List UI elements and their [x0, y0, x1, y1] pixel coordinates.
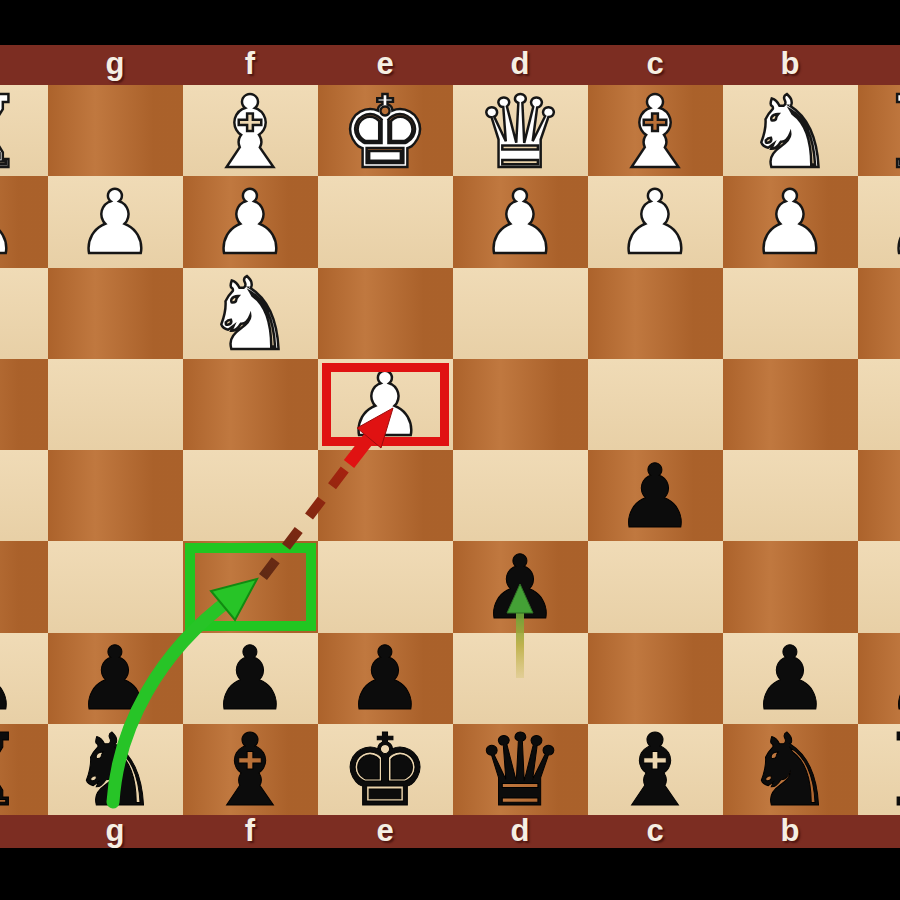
- square-d3[interactable]: [453, 268, 588, 359]
- square-h8[interactable]: ♜: [0, 724, 48, 815]
- white-rook-a1[interactable]: ♜: [880, 85, 900, 182]
- square-e7[interactable]: ♟: [318, 633, 453, 724]
- white-pawn-f2[interactable]: ♟: [211, 179, 290, 267]
- file-label-e-bottom: e: [376, 812, 393, 848]
- square-e6[interactable]: [318, 541, 453, 632]
- white-pawn-a2[interactable]: ♟: [886, 179, 900, 267]
- square-e4[interactable]: ♟: [318, 359, 453, 450]
- square-h1[interactable]: ♜: [0, 85, 48, 176]
- file-label-d-bottom: d: [511, 812, 530, 848]
- file-label-f-bottom: f: [245, 812, 255, 848]
- square-g2[interactable]: ♟: [48, 176, 183, 267]
- file-label-e-top: e: [376, 46, 393, 82]
- square-b2[interactable]: ♟: [723, 176, 858, 267]
- square-g1[interactable]: [48, 85, 183, 176]
- square-a2[interactable]: ♟: [858, 176, 900, 267]
- square-f1[interactable]: ♝: [183, 85, 318, 176]
- black-bishop-f8[interactable]: ♝: [205, 720, 295, 815]
- square-d2[interactable]: ♟: [453, 176, 588, 267]
- square-g5[interactable]: [48, 450, 183, 541]
- square-b3[interactable]: [723, 268, 858, 359]
- square-c4[interactable]: [588, 359, 723, 450]
- white-rook-h1[interactable]: ♜: [0, 85, 25, 182]
- file-label-b-top: b: [781, 46, 800, 82]
- square-c6[interactable]: [588, 541, 723, 632]
- black-knight-b8[interactable]: ♞: [745, 720, 835, 815]
- square-a5[interactable]: [858, 450, 900, 541]
- square-b1[interactable]: ♞: [723, 85, 858, 176]
- square-c7[interactable]: [588, 633, 723, 724]
- square-h2[interactable]: ♟: [0, 176, 48, 267]
- square-h7[interactable]: ♟: [0, 633, 48, 724]
- square-d4[interactable]: [453, 359, 588, 450]
- square-c8[interactable]: ♝: [588, 724, 723, 815]
- white-pawn-e4[interactable]: ♟: [346, 361, 425, 449]
- square-a6[interactable]: [858, 541, 900, 632]
- square-f7[interactable]: ♟: [183, 633, 318, 724]
- black-bishop-c8[interactable]: ♝: [610, 720, 700, 815]
- square-g3[interactable]: [48, 268, 183, 359]
- square-b5[interactable]: [723, 450, 858, 541]
- black-pawn-g7[interactable]: ♟: [76, 635, 155, 723]
- chess-video-frame: gfedcb ♜♝♚♛♝♞♜♟♟♟♟♟♟♟♞♟♟♟♟♟♟♟♟♟♜♞♝♚♛♝♞♜ …: [0, 0, 900, 900]
- square-g7[interactable]: ♟: [48, 633, 183, 724]
- black-king-e8[interactable]: ♚: [340, 720, 430, 815]
- square-d5[interactable]: [453, 450, 588, 541]
- square-f3[interactable]: ♞: [183, 268, 318, 359]
- square-d7[interactable]: [453, 633, 588, 724]
- square-b8[interactable]: ♞: [723, 724, 858, 815]
- black-pawn-a7[interactable]: ♟: [886, 635, 900, 723]
- black-rook-h8[interactable]: ♜: [0, 720, 25, 815]
- square-b7[interactable]: ♟: [723, 633, 858, 724]
- square-d6[interactable]: ♟: [453, 541, 588, 632]
- square-c2[interactable]: ♟: [588, 176, 723, 267]
- black-pawn-c5[interactable]: ♟: [616, 453, 695, 541]
- file-label-b-bottom: b: [781, 812, 800, 848]
- square-f6[interactable]: [183, 541, 318, 632]
- file-labels-top: gfedcb: [0, 45, 900, 85]
- square-a8[interactable]: ♜: [858, 724, 900, 815]
- black-pawn-h7[interactable]: ♟: [0, 635, 19, 723]
- square-d8[interactable]: ♛: [453, 724, 588, 815]
- black-pawn-d6[interactable]: ♟: [481, 544, 560, 632]
- square-h5[interactable]: [0, 450, 48, 541]
- square-e8[interactable]: ♚: [318, 724, 453, 815]
- file-label-f-top: f: [245, 46, 255, 82]
- square-f5[interactable]: [183, 450, 318, 541]
- square-h3[interactable]: [0, 268, 48, 359]
- black-rook-a8[interactable]: ♜: [880, 720, 900, 815]
- square-b6[interactable]: [723, 541, 858, 632]
- black-knight-g8[interactable]: ♞: [70, 720, 160, 815]
- white-queen-d1[interactable]: ♛: [475, 85, 565, 182]
- square-b4[interactable]: [723, 359, 858, 450]
- square-a7[interactable]: ♟: [858, 633, 900, 724]
- chess-board: ♜♝♚♛♝♞♜♟♟♟♟♟♟♟♞♟♟♟♟♟♟♟♟♟♜♞♝♚♛♝♞♜: [0, 85, 900, 815]
- white-pawn-c2[interactable]: ♟: [616, 179, 695, 267]
- white-pawn-g2[interactable]: ♟: [76, 179, 155, 267]
- file-label-g-top: g: [106, 46, 125, 82]
- square-f4[interactable]: [183, 359, 318, 450]
- square-e3[interactable]: [318, 268, 453, 359]
- board-grid: ♜♝♚♛♝♞♜♟♟♟♟♟♟♟♞♟♟♟♟♟♟♟♟♟♜♞♝♚♛♝♞♜: [0, 85, 900, 815]
- file-label-d-top: d: [511, 46, 530, 82]
- square-f8[interactable]: ♝: [183, 724, 318, 815]
- square-a4[interactable]: [858, 359, 900, 450]
- black-pawn-e7[interactable]: ♟: [346, 635, 425, 723]
- white-pawn-b2[interactable]: ♟: [751, 179, 830, 267]
- square-a3[interactable]: [858, 268, 900, 359]
- square-h6[interactable]: [0, 541, 48, 632]
- square-c3[interactable]: [588, 268, 723, 359]
- square-d1[interactable]: ♛: [453, 85, 588, 176]
- white-pawn-h2[interactable]: ♟: [0, 179, 19, 267]
- white-pawn-d2[interactable]: ♟: [481, 179, 560, 267]
- white-king-e1[interactable]: ♚: [340, 85, 430, 182]
- file-label-c-bottom: c: [646, 812, 663, 848]
- white-bishop-f1[interactable]: ♝: [205, 85, 295, 182]
- file-label-c-top: c: [646, 46, 663, 82]
- square-h4[interactable]: [0, 359, 48, 450]
- square-c5[interactable]: ♟: [588, 450, 723, 541]
- square-e5[interactable]: [318, 450, 453, 541]
- white-knight-b1[interactable]: ♞: [745, 85, 835, 182]
- file-labels-bottom: gfedcb: [0, 815, 900, 848]
- square-f2[interactable]: ♟: [183, 176, 318, 267]
- black-pawn-b7[interactable]: ♟: [751, 635, 830, 723]
- square-g8[interactable]: ♞: [48, 724, 183, 815]
- square-a1[interactable]: ♜: [858, 85, 900, 176]
- square-e1[interactable]: ♚: [318, 85, 453, 176]
- top-black-bar: [0, 0, 900, 45]
- square-e2[interactable]: [318, 176, 453, 267]
- black-pawn-f7[interactable]: ♟: [211, 635, 290, 723]
- black-queen-d8[interactable]: ♛: [475, 720, 565, 815]
- square-g4[interactable]: [48, 359, 183, 450]
- white-bishop-c1[interactable]: ♝: [610, 85, 700, 182]
- square-c1[interactable]: ♝: [588, 85, 723, 176]
- bottom-black-bar: [0, 848, 900, 900]
- file-label-g-bottom: g: [106, 812, 125, 848]
- square-g6[interactable]: [48, 541, 183, 632]
- white-knight-f3[interactable]: ♞: [205, 264, 295, 364]
